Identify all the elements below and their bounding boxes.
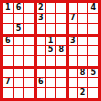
cell-r8c8[interactable]	[78, 78, 88, 88]
cell-r7c1[interactable]	[3, 67, 13, 77]
cell-r6c3[interactable]	[24, 56, 34, 66]
cell-r6c5[interactable]	[46, 56, 56, 66]
cell-r1c4[interactable]: 2	[35, 3, 45, 13]
cell-r9c8[interactable]: 2	[78, 88, 88, 98]
cell-r8c4[interactable]: 6	[35, 78, 45, 88]
cell-r9c7[interactable]	[67, 88, 77, 98]
cell-digit: 6	[16, 4, 22, 12]
cell-r2c8[interactable]	[78, 14, 88, 24]
cell-digit: 5	[16, 25, 22, 33]
cell-r3c8[interactable]	[78, 24, 88, 34]
cell-digit: 3	[70, 37, 76, 45]
cell-r2c7[interactable]: 7	[67, 14, 77, 24]
cell-r7c6[interactable]	[56, 67, 66, 77]
cell-r3c7[interactable]	[67, 24, 77, 34]
cell-r8c3[interactable]	[24, 78, 34, 88]
cell-r7c2[interactable]	[14, 67, 24, 77]
cell-r4c5[interactable]: 1	[46, 35, 56, 45]
cell-r2c3[interactable]	[24, 14, 34, 24]
cell-r7c7[interactable]	[67, 67, 77, 77]
cell-digit: 6	[5, 37, 11, 45]
cell-r9c4[interactable]	[35, 88, 45, 98]
cell-r7c9[interactable]: 5	[88, 67, 98, 77]
cell-digit: 2	[38, 4, 44, 12]
cell-r9c6[interactable]	[56, 88, 66, 98]
cell-r3c2[interactable]: 5	[14, 24, 24, 34]
cell-r1c8[interactable]	[78, 3, 88, 13]
cell-r5c3[interactable]	[24, 46, 34, 56]
cell-r9c2[interactable]	[14, 88, 24, 98]
cell-r2c4[interactable]: 3	[35, 14, 45, 24]
cell-r5c7[interactable]	[67, 46, 77, 56]
cell-r4c3[interactable]	[24, 35, 34, 45]
cell-r2c6[interactable]	[56, 14, 66, 24]
cell-r8c6[interactable]	[56, 78, 66, 88]
cell-r7c4[interactable]	[35, 67, 45, 77]
cell-r5c2[interactable]	[14, 46, 24, 56]
cell-digit: 7	[70, 14, 76, 22]
cell-r3c4[interactable]	[35, 24, 45, 34]
cell-r5c9[interactable]	[88, 46, 98, 56]
cell-r7c5[interactable]	[46, 67, 56, 77]
cell-r4c8[interactable]	[78, 35, 88, 45]
cell-r8c7[interactable]	[67, 78, 77, 88]
cell-r9c5[interactable]	[46, 88, 56, 98]
cell-r6c6[interactable]	[56, 56, 66, 66]
cell-digit: 8	[80, 69, 86, 77]
cell-digit: 6	[38, 78, 44, 86]
cell-r4c1[interactable]: 6	[3, 35, 13, 45]
cell-r3c9[interactable]	[88, 24, 98, 34]
cell-r5c6[interactable]: 8	[56, 46, 66, 56]
cell-r5c1[interactable]	[3, 46, 13, 56]
cell-r3c3[interactable]	[24, 24, 34, 34]
cell-r7c3[interactable]	[24, 67, 34, 77]
cell-r4c6[interactable]	[56, 35, 66, 45]
cell-r1c1[interactable]: 1	[3, 3, 13, 13]
cell-r8c5[interactable]	[46, 78, 56, 88]
cell-r4c9[interactable]	[88, 35, 98, 45]
cell-r4c7[interactable]: 3	[67, 35, 77, 45]
cell-r5c5[interactable]: 5	[46, 46, 56, 56]
cell-r8c1[interactable]: 7	[3, 78, 13, 88]
cell-r6c7[interactable]	[67, 56, 77, 66]
cell-r4c2[interactable]	[14, 35, 24, 45]
cell-r6c9[interactable]	[88, 56, 98, 66]
cell-r5c4[interactable]	[35, 46, 45, 56]
cell-digit: 5	[90, 69, 96, 77]
cell-r6c4[interactable]	[35, 56, 45, 66]
cell-r6c8[interactable]	[78, 56, 88, 66]
cell-digit: 5	[48, 46, 54, 54]
cell-r8c2[interactable]	[14, 78, 24, 88]
cell-digit: 4	[90, 4, 96, 12]
cell-r1c9[interactable]: 4	[88, 3, 98, 13]
sudoku-board: 16243756135885762	[0, 0, 101, 101]
cell-digit: 7	[5, 78, 11, 86]
cell-r2c9[interactable]	[88, 14, 98, 24]
cell-digit: 2	[80, 89, 86, 97]
cell-r5c8[interactable]	[78, 46, 88, 56]
cell-r3c1[interactable]	[3, 24, 13, 34]
cell-r1c3[interactable]	[24, 3, 34, 13]
cell-r9c9[interactable]	[88, 88, 98, 98]
cell-digit: 3	[38, 14, 44, 22]
cell-r1c2[interactable]: 6	[14, 3, 24, 13]
cell-r2c1[interactable]	[3, 14, 13, 24]
cell-r1c7[interactable]	[67, 3, 77, 13]
cell-digit: 1	[48, 37, 54, 45]
cell-r2c5[interactable]	[46, 14, 56, 24]
cell-r8c9[interactable]	[88, 78, 98, 88]
cell-digit: 1	[5, 4, 11, 12]
cell-r6c2[interactable]	[14, 56, 24, 66]
cell-r2c2[interactable]	[14, 14, 24, 24]
cell-r6c1[interactable]	[3, 56, 13, 66]
cell-r1c6[interactable]	[56, 3, 66, 13]
cell-r3c6[interactable]	[56, 24, 66, 34]
cell-r9c3[interactable]	[24, 88, 34, 98]
cell-r7c8[interactable]: 8	[78, 67, 88, 77]
cell-r9c1[interactable]	[3, 88, 13, 98]
cell-digit: 8	[58, 46, 64, 54]
cell-r4c4[interactable]	[35, 35, 45, 45]
cell-r1c5[interactable]	[46, 3, 56, 13]
cell-r3c5[interactable]	[46, 24, 56, 34]
